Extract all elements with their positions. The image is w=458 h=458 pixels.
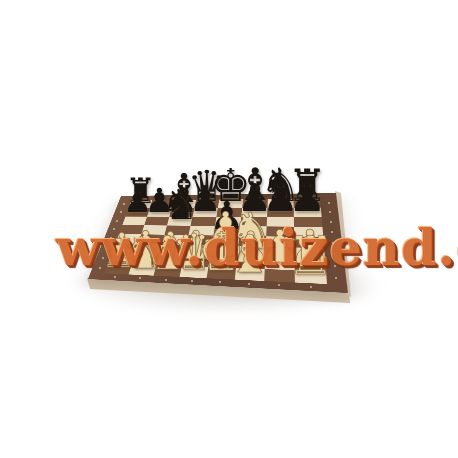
square-b8 [150,200,174,208]
square-a7 [125,208,149,216]
square-h7 [294,208,322,217]
square-g8 [267,199,293,208]
square-c7 [169,208,194,217]
square-f8 [242,199,268,208]
product-photo: ♜♝♛♚♝♞♜♟♟♟♟♟♟♟♞♟♟♞♟♟♟♟♟♟♟♜♞♝♛♚♝♜ www.dui… [0,0,458,458]
square-e8 [218,199,243,208]
square-a8 [128,200,152,208]
watermark: www.duizend.com [56,221,458,273]
square-d8 [194,200,219,209]
square-b7 [147,208,172,216]
square-g7 [267,208,294,217]
square-h8 [294,198,321,207]
square-d7 [192,208,217,217]
square-c8 [172,200,196,208]
square-e7 [216,208,242,217]
square-f7 [241,208,267,217]
